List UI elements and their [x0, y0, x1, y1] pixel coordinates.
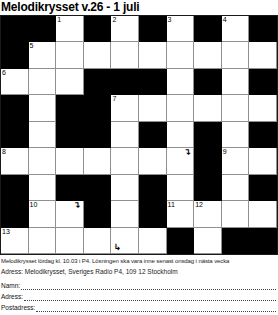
cell-r9-c4[interactable] [84, 228, 112, 254]
cell-r8-c1 [1, 201, 29, 227]
entry-form: Namn: Adress: Postadress: [1, 280, 277, 312]
form-row-postal-address: Postadress: [1, 302, 277, 312]
cell-r2-c5[interactable] [111, 42, 139, 68]
mailing-address-text: Adress: Melodikrysset, Sveriges Radio P4… [1, 268, 278, 276]
cell-r5-c5[interactable] [111, 122, 139, 148]
cell-r1-c4 [84, 16, 112, 42]
cell-r1-c1 [1, 16, 29, 42]
cell-r3-c2[interactable] [29, 69, 57, 95]
clue-number-4: 4 [223, 16, 227, 24]
cell-r7-c3 [56, 175, 84, 201]
cell-r8-c4 [84, 201, 112, 227]
cell-r2-c2[interactable]: 5 [29, 42, 57, 68]
clue-number-8: 8 [2, 148, 6, 156]
cell-r1-c2 [29, 16, 57, 42]
cell-r1-c6 [139, 16, 167, 42]
clue-number-9: 9 [223, 148, 227, 156]
cell-r4-c10[interactable] [249, 95, 277, 121]
clue-number-13: 13 [2, 228, 10, 236]
cell-r9-c7 [167, 228, 195, 254]
cell-r2-c1 [1, 42, 29, 68]
cell-r7-c8 [194, 175, 222, 201]
cell-r4-c6[interactable] [139, 95, 167, 121]
cell-r6-c2[interactable] [29, 148, 57, 174]
cell-r3-c10 [249, 69, 277, 95]
cell-r4-c7[interactable] [167, 95, 195, 121]
cell-r5-c7[interactable] [167, 122, 195, 148]
cell-r4-c4 [84, 95, 112, 121]
cell-r5-c8 [194, 122, 222, 148]
page-title: Melodikrysset v.26 - 1 juli [1, 0, 278, 14]
cell-r8-c7[interactable]: 11 [167, 201, 195, 227]
cell-r8-c6 [139, 201, 167, 227]
cell-r3-c3[interactable] [56, 69, 84, 95]
clue-number-6: 6 [2, 69, 6, 77]
address-input-line[interactable] [24, 293, 276, 301]
cell-r1-c3[interactable]: 1 [56, 16, 84, 42]
cell-r9-c10 [249, 228, 277, 254]
cell-r4-c3 [56, 95, 84, 121]
cell-r2-c10[interactable] [249, 42, 277, 68]
clue-number-1: 1 [57, 16, 61, 24]
cell-r3-c7[interactable] [167, 69, 195, 95]
cell-r8-c5[interactable] [111, 201, 139, 227]
cell-r8-c9[interactable] [222, 201, 250, 227]
cell-r1-c5[interactable]: 2 [111, 16, 139, 42]
cell-r9-c9 [222, 228, 250, 254]
cell-r6-c7[interactable]: ↴ [167, 148, 195, 174]
cell-r5-c1 [1, 122, 29, 148]
cell-r7-c6 [139, 175, 167, 201]
direction-arrow-icon: ↴ [184, 148, 192, 157]
cell-r9-c1[interactable]: 13 [1, 228, 29, 254]
cell-r8-c2[interactable]: 10 [29, 201, 57, 227]
cell-r7-c9[interactable] [222, 175, 250, 201]
clue-number-3: 3 [168, 16, 172, 24]
cell-r4-c1 [1, 95, 29, 121]
cell-r6-c5[interactable] [111, 148, 139, 174]
postal-address-label: Postadress: [1, 304, 35, 312]
cell-r9-c8[interactable] [194, 228, 222, 254]
cell-r3-c9[interactable] [222, 69, 250, 95]
direction-arrow-icon: ↳ [113, 243, 121, 252]
cell-r5-c6 [139, 122, 167, 148]
cell-r6-c4[interactable] [84, 148, 112, 174]
cell-r2-c9[interactable] [222, 42, 250, 68]
cell-r6-c10[interactable] [249, 148, 277, 174]
cell-r9-c2[interactable] [29, 228, 57, 254]
cell-r6-c6[interactable] [139, 148, 167, 174]
cell-r6-c1[interactable]: 8 [1, 148, 29, 174]
broadcast-info-text: Melodikrysset lördag kl. 10.03 i P4. Lös… [1, 258, 278, 265]
cell-r9-c3[interactable] [56, 228, 84, 254]
direction-arrow-icon: ↴ [73, 201, 81, 210]
cell-r5-c10 [249, 122, 277, 148]
form-row-name: Namn: [1, 280, 277, 290]
cell-r4-c5[interactable]: 7 [111, 95, 139, 121]
cell-r6-c3[interactable] [56, 148, 84, 174]
cell-r6-c9[interactable]: 9 [222, 148, 250, 174]
cell-r5-c3 [56, 122, 84, 148]
cell-r3-c4 [84, 69, 112, 95]
crossword-grid: 12345678↴910↴111213↳ [0, 15, 278, 255]
cell-r4-c9[interactable] [222, 95, 250, 121]
cell-r7-c10 [249, 175, 277, 201]
cell-r2-c7[interactable] [167, 42, 195, 68]
cell-r3-c5 [111, 69, 139, 95]
clue-number-2: 2 [112, 16, 116, 24]
cell-r5-c4 [84, 122, 112, 148]
cell-r5-c9[interactable] [222, 122, 250, 148]
cell-r3-c1[interactable]: 6 [1, 69, 29, 95]
cell-r7-c2[interactable] [29, 175, 57, 201]
cell-r2-c6[interactable] [139, 42, 167, 68]
postal-address-input-line[interactable] [36, 304, 276, 312]
cell-r7-c1 [1, 175, 29, 201]
cell-r1-c8 [194, 16, 222, 42]
cell-r2-c4[interactable] [84, 42, 112, 68]
cell-r3-c6 [139, 69, 167, 95]
cell-r6-c8 [194, 148, 222, 174]
cell-r4-c8[interactable] [194, 95, 222, 121]
cell-r7-c5[interactable] [111, 175, 139, 201]
cell-r4-c2[interactable] [29, 95, 57, 121]
cell-r1-c7[interactable]: 3 [167, 16, 195, 42]
cell-r8-c8[interactable]: 12 [194, 201, 222, 227]
cell-r8-c10[interactable] [249, 201, 277, 227]
cell-r9-c5[interactable]: ↳ [111, 228, 139, 254]
cell-r8-c3[interactable]: ↴ [56, 201, 84, 227]
clue-number-11: 11 [168, 201, 175, 209]
cell-r7-c7[interactable] [167, 175, 195, 201]
cell-r3-c8 [194, 69, 222, 95]
cell-r2-c8[interactable] [194, 42, 222, 68]
cell-r1-c10 [249, 16, 277, 42]
cell-r7-c4 [84, 175, 112, 201]
clue-number-12: 12 [195, 201, 203, 209]
cell-r1-c9[interactable]: 4 [222, 16, 250, 42]
name-input-line[interactable] [21, 282, 276, 290]
address-label: Adress: [1, 293, 23, 301]
cell-r5-c2[interactable] [29, 122, 57, 148]
clue-number-7: 7 [112, 95, 116, 103]
clue-number-5: 5 [30, 42, 34, 50]
cell-r9-c6[interactable] [139, 228, 167, 254]
form-row-address: Adress: [1, 291, 277, 301]
clue-number-10: 10 [30, 201, 38, 209]
cell-r2-c3[interactable] [56, 42, 84, 68]
name-label: Namn: [1, 282, 20, 290]
